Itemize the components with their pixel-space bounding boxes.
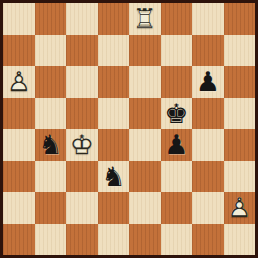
square-f1[interactable] [161, 224, 193, 256]
square-c1[interactable] [66, 224, 98, 256]
piece-fill-glyph: ♞ [98, 161, 130, 193]
square-a4[interactable] [3, 129, 35, 161]
square-a8[interactable] [3, 3, 35, 35]
piece-outline-glyph: ♔ [66, 129, 98, 161]
square-h4[interactable] [224, 129, 256, 161]
square-h2[interactable]: ♟♙ [224, 192, 256, 224]
square-c5[interactable] [66, 98, 98, 130]
square-d7[interactable] [98, 35, 130, 67]
square-h6[interactable] [224, 66, 256, 98]
square-f5[interactable]: ♚ [161, 98, 193, 130]
white-pawn-h2: ♟♙ [224, 192, 256, 224]
square-c3[interactable] [66, 161, 98, 193]
square-a1[interactable] [3, 224, 35, 256]
square-g2[interactable] [192, 192, 224, 224]
square-d6[interactable] [98, 66, 130, 98]
square-e8[interactable]: ♜♖ [129, 3, 161, 35]
piece-outline-glyph: ♖ [129, 3, 161, 35]
square-f8[interactable] [161, 3, 193, 35]
square-f4[interactable]: ♟ [161, 129, 193, 161]
square-d5[interactable] [98, 98, 130, 130]
square-d2[interactable] [98, 192, 130, 224]
black-knight-d3: ♞ [98, 161, 130, 193]
square-f7[interactable] [161, 35, 193, 67]
square-c7[interactable] [66, 35, 98, 67]
white-king-c4: ♚♔ [66, 129, 98, 161]
square-e7[interactable] [129, 35, 161, 67]
square-c4[interactable]: ♚♔ [66, 129, 98, 161]
square-g1[interactable] [192, 224, 224, 256]
square-b1[interactable] [35, 224, 67, 256]
square-b8[interactable] [35, 3, 67, 35]
square-a5[interactable] [3, 98, 35, 130]
square-d8[interactable] [98, 3, 130, 35]
board: ♜♖♟♙♟♚♞♚♔♟♞♟♙ [3, 3, 255, 255]
square-h5[interactable] [224, 98, 256, 130]
black-knight-b4: ♞ [35, 129, 67, 161]
square-d3[interactable]: ♞ [98, 161, 130, 193]
square-c8[interactable] [66, 3, 98, 35]
piece-fill-glyph: ♟ [161, 129, 193, 161]
square-g3[interactable] [192, 161, 224, 193]
square-h3[interactable] [224, 161, 256, 193]
square-g5[interactable] [192, 98, 224, 130]
square-b7[interactable] [35, 35, 67, 67]
square-e6[interactable] [129, 66, 161, 98]
square-e5[interactable] [129, 98, 161, 130]
square-f2[interactable] [161, 192, 193, 224]
square-g7[interactable] [192, 35, 224, 67]
square-a3[interactable] [3, 161, 35, 193]
piece-fill-glyph: ♞ [35, 129, 67, 161]
square-b5[interactable] [35, 98, 67, 130]
piece-fill-glyph: ♟ [192, 66, 224, 98]
black-pawn-f4: ♟ [161, 129, 193, 161]
square-e2[interactable] [129, 192, 161, 224]
square-g8[interactable] [192, 3, 224, 35]
square-e1[interactable] [129, 224, 161, 256]
square-c6[interactable] [66, 66, 98, 98]
square-e4[interactable] [129, 129, 161, 161]
square-g6[interactable]: ♟ [192, 66, 224, 98]
square-a7[interactable] [3, 35, 35, 67]
square-a2[interactable] [3, 192, 35, 224]
board-frame: ♜♖♟♙♟♚♞♚♔♟♞♟♙ [0, 0, 258, 258]
square-a6[interactable]: ♟♙ [3, 66, 35, 98]
square-f3[interactable] [161, 161, 193, 193]
square-b4[interactable]: ♞ [35, 129, 67, 161]
black-king-f5: ♚ [161, 98, 193, 130]
square-d4[interactable] [98, 129, 130, 161]
square-f6[interactable] [161, 66, 193, 98]
square-b2[interactable] [35, 192, 67, 224]
white-pawn-a6: ♟♙ [3, 66, 35, 98]
square-h7[interactable] [224, 35, 256, 67]
square-e3[interactable] [129, 161, 161, 193]
square-g4[interactable] [192, 129, 224, 161]
piece-outline-glyph: ♙ [224, 192, 256, 224]
square-b3[interactable] [35, 161, 67, 193]
piece-outline-glyph: ♙ [3, 66, 35, 98]
piece-fill-glyph: ♚ [161, 98, 193, 130]
black-pawn-g6: ♟ [192, 66, 224, 98]
square-b6[interactable] [35, 66, 67, 98]
white-rook-e8: ♜♖ [129, 3, 161, 35]
square-h8[interactable] [224, 3, 256, 35]
square-d1[interactable] [98, 224, 130, 256]
square-h1[interactable] [224, 224, 256, 256]
square-c2[interactable] [66, 192, 98, 224]
